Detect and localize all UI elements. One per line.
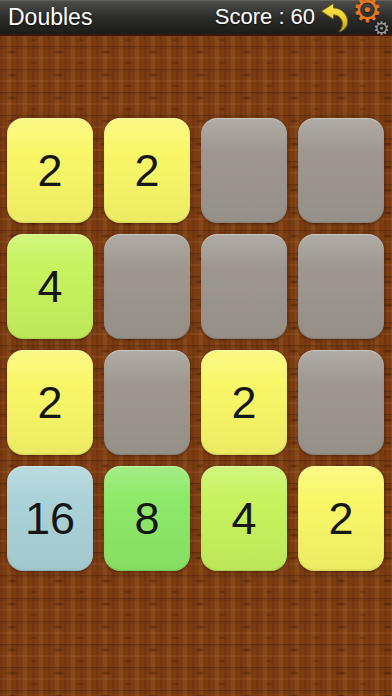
tile-2: 2 bbox=[104, 118, 190, 223]
empty-cell bbox=[104, 350, 190, 455]
title-bar: Doubles Score : 60 bbox=[0, 0, 392, 36]
tile-2: 2 bbox=[7, 350, 93, 455]
gear-icon-small: ⚙ bbox=[373, 19, 390, 38]
undo-arrow-icon bbox=[319, 1, 350, 33]
tile-2: 2 bbox=[201, 350, 287, 455]
title-bar-right: Score : 60 ⚙ ⚙ bbox=[215, 0, 390, 35]
score-display: Score : 60 bbox=[215, 4, 315, 30]
score-value: 60 bbox=[291, 4, 315, 30]
empty-cell bbox=[201, 234, 287, 339]
app-title: Doubles bbox=[8, 0, 92, 35]
tile-16: 16 bbox=[7, 466, 93, 571]
undo-button[interactable] bbox=[319, 1, 350, 33]
tile-2: 2 bbox=[298, 466, 384, 571]
empty-cell bbox=[201, 118, 287, 223]
settings-button[interactable]: ⚙ ⚙ bbox=[354, 0, 390, 35]
tile-8: 8 bbox=[104, 466, 190, 571]
empty-cell bbox=[298, 234, 384, 339]
tile-4: 4 bbox=[201, 466, 287, 571]
empty-cell bbox=[104, 234, 190, 339]
score-label: Score : bbox=[215, 4, 285, 30]
app-screen: Doubles Score : 60 bbox=[0, 0, 392, 696]
tile-2: 2 bbox=[7, 118, 93, 223]
tile-4: 4 bbox=[7, 234, 93, 339]
game-board[interactable]: 2242216842 bbox=[7, 118, 384, 571]
empty-cell bbox=[298, 118, 384, 223]
empty-cell bbox=[298, 350, 384, 455]
